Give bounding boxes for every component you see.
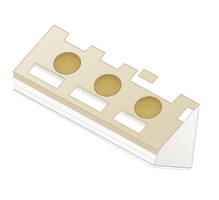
product-image xyxy=(0,0,219,200)
product-photo xyxy=(0,0,219,200)
